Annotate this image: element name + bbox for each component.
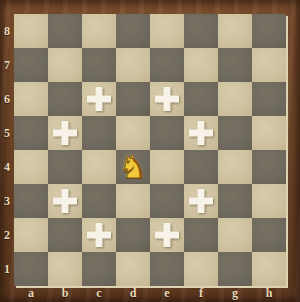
chess-board: ♞ — [14, 14, 286, 286]
square-a1[interactable] — [14, 252, 48, 286]
square-d2[interactable] — [116, 218, 150, 252]
square-d3[interactable] — [116, 184, 150, 218]
square-h4[interactable] — [252, 150, 286, 184]
square-e4[interactable] — [150, 150, 184, 184]
file-label-c: c — [82, 286, 116, 302]
square-f3[interactable] — [184, 184, 218, 218]
square-g3[interactable] — [218, 184, 252, 218]
move-hint-cross[interactable] — [87, 223, 111, 247]
square-f4[interactable] — [184, 150, 218, 184]
square-g6[interactable] — [218, 82, 252, 116]
square-f5[interactable] — [184, 116, 218, 150]
white-knight[interactable]: ♞ — [119, 150, 148, 184]
file-label-d: d — [116, 286, 150, 302]
square-h2[interactable] — [252, 218, 286, 252]
square-e1[interactable] — [150, 252, 184, 286]
square-c1[interactable] — [82, 252, 116, 286]
square-h6[interactable] — [252, 82, 286, 116]
square-e3[interactable] — [150, 184, 184, 218]
square-a5[interactable] — [14, 116, 48, 150]
move-hint-cross[interactable] — [87, 87, 111, 111]
square-e8[interactable] — [150, 14, 184, 48]
square-h5[interactable] — [252, 116, 286, 150]
square-b4[interactable] — [48, 150, 82, 184]
square-g1[interactable] — [218, 252, 252, 286]
file-label-e: e — [150, 286, 184, 302]
square-c8[interactable] — [82, 14, 116, 48]
rank-label-1: 1 — [0, 252, 14, 286]
square-f8[interactable] — [184, 14, 218, 48]
square-g5[interactable] — [218, 116, 252, 150]
square-a4[interactable] — [14, 150, 48, 184]
file-label-a: a — [14, 286, 48, 302]
square-d5[interactable] — [116, 116, 150, 150]
square-g7[interactable] — [218, 48, 252, 82]
move-hint-cross[interactable] — [53, 121, 77, 145]
rank-label-3: 3 — [0, 184, 14, 218]
rank-labels: 87654321 — [0, 14, 14, 286]
square-c2[interactable] — [82, 218, 116, 252]
move-hint-cross[interactable] — [53, 189, 77, 213]
square-e6[interactable] — [150, 82, 184, 116]
square-d7[interactable] — [116, 48, 150, 82]
square-b5[interactable] — [48, 116, 82, 150]
rank-label-2: 2 — [0, 218, 14, 252]
square-b2[interactable] — [48, 218, 82, 252]
square-a8[interactable] — [14, 14, 48, 48]
square-c6[interactable] — [82, 82, 116, 116]
move-hint-cross[interactable] — [189, 189, 213, 213]
square-h3[interactable] — [252, 184, 286, 218]
square-a3[interactable] — [14, 184, 48, 218]
square-h8[interactable] — [252, 14, 286, 48]
square-a7[interactable] — [14, 48, 48, 82]
square-f2[interactable] — [184, 218, 218, 252]
square-f7[interactable] — [184, 48, 218, 82]
square-c5[interactable] — [82, 116, 116, 150]
square-e7[interactable] — [150, 48, 184, 82]
square-g2[interactable] — [218, 218, 252, 252]
square-c7[interactable] — [82, 48, 116, 82]
file-label-f: f — [184, 286, 218, 302]
square-b6[interactable] — [48, 82, 82, 116]
square-a6[interactable] — [14, 82, 48, 116]
move-hint-cross[interactable] — [189, 121, 213, 145]
square-b3[interactable] — [48, 184, 82, 218]
square-d8[interactable] — [116, 14, 150, 48]
square-e2[interactable] — [150, 218, 184, 252]
square-b7[interactable] — [48, 48, 82, 82]
file-label-g: g — [218, 286, 252, 302]
rank-label-7: 7 — [0, 48, 14, 82]
square-f6[interactable] — [184, 82, 218, 116]
chessboard-widget: 87654321 abcdefgh ♞ — [0, 0, 300, 302]
square-b1[interactable] — [48, 252, 82, 286]
square-g8[interactable] — [218, 14, 252, 48]
file-label-b: b — [48, 286, 82, 302]
square-g4[interactable] — [218, 150, 252, 184]
rank-label-8: 8 — [0, 14, 14, 48]
square-d4[interactable]: ♞ — [116, 150, 150, 184]
square-c3[interactable] — [82, 184, 116, 218]
move-hint-cross[interactable] — [155, 223, 179, 247]
square-d6[interactable] — [116, 82, 150, 116]
file-labels: abcdefgh — [14, 286, 286, 302]
square-h7[interactable] — [252, 48, 286, 82]
square-b8[interactable] — [48, 14, 82, 48]
square-c4[interactable] — [82, 150, 116, 184]
square-h1[interactable] — [252, 252, 286, 286]
square-e5[interactable] — [150, 116, 184, 150]
square-d1[interactable] — [116, 252, 150, 286]
rank-label-6: 6 — [0, 82, 14, 116]
square-f1[interactable] — [184, 252, 218, 286]
square-a2[interactable] — [14, 218, 48, 252]
rank-label-4: 4 — [0, 150, 14, 184]
move-hint-cross[interactable] — [155, 87, 179, 111]
file-label-h: h — [252, 286, 286, 302]
rank-label-5: 5 — [0, 116, 14, 150]
